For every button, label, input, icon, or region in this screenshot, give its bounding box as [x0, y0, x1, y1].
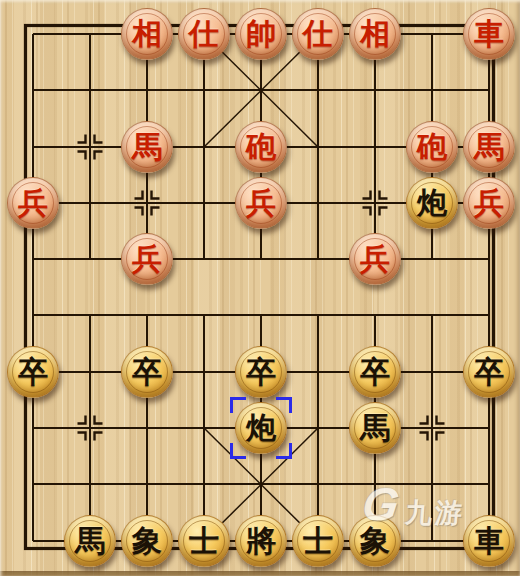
piece-black-cannon[interactable]: 炮: [235, 402, 287, 454]
piece-red-soldier[interactable]: 兵: [463, 177, 515, 229]
piece-black-soldier[interactable]: 卒: [349, 346, 401, 398]
piece-black-elephant[interactable]: 象: [121, 515, 173, 567]
piece-character: 砲: [417, 132, 447, 162]
piece-character: 相: [360, 19, 390, 49]
piece-character: 士: [303, 526, 333, 556]
piece-character: 卒: [474, 357, 504, 387]
piece-red-soldier[interactable]: 兵: [7, 177, 59, 229]
piece-black-soldier[interactable]: 卒: [121, 346, 173, 398]
piece-character: 卒: [360, 357, 390, 387]
piece-character: 卒: [246, 357, 276, 387]
piece-character: 馬: [132, 132, 162, 162]
piece-character: 卒: [132, 357, 162, 387]
piece-character: 士: [189, 526, 219, 556]
piece-red-chariot[interactable]: 車: [463, 8, 515, 60]
piece-character: 兵: [360, 244, 390, 274]
piece-character: 炮: [417, 188, 447, 218]
piece-black-cannon[interactable]: 炮: [406, 177, 458, 229]
piece-character: 車: [474, 526, 504, 556]
piece-red-advisor[interactable]: 仕: [292, 8, 344, 60]
piece-character: 仕: [303, 19, 333, 49]
piece-character: 兵: [132, 244, 162, 274]
piece-character: 將: [246, 526, 276, 556]
piece-black-elephant[interactable]: 象: [349, 515, 401, 567]
piece-character: 馬: [474, 132, 504, 162]
piece-black-general[interactable]: 將: [235, 515, 287, 567]
piece-red-horse[interactable]: 馬: [121, 121, 173, 173]
piece-red-horse[interactable]: 馬: [463, 121, 515, 173]
piece-black-advisor[interactable]: 士: [178, 515, 230, 567]
piece-character: 兵: [474, 188, 504, 218]
piece-red-cannon[interactable]: 砲: [235, 121, 287, 173]
piece-red-soldier[interactable]: 兵: [349, 233, 401, 285]
piece-black-horse[interactable]: 馬: [64, 515, 116, 567]
piece-red-elephant[interactable]: 相: [121, 8, 173, 60]
piece-character: 帥: [246, 19, 276, 49]
piece-red-general[interactable]: 帥: [235, 8, 287, 60]
piece-character: 兵: [18, 188, 48, 218]
piece-character: 馬: [75, 526, 105, 556]
piece-character: 仕: [189, 19, 219, 49]
piece-character: 馬: [360, 413, 390, 443]
piece-character: 卒: [18, 357, 48, 387]
piece-black-soldier[interactable]: 卒: [463, 346, 515, 398]
piece-black-soldier[interactable]: 卒: [7, 346, 59, 398]
piece-character: 兵: [246, 188, 276, 218]
piece-black-advisor[interactable]: 士: [292, 515, 344, 567]
piece-red-soldier[interactable]: 兵: [121, 233, 173, 285]
piece-character: 炮: [246, 413, 276, 443]
piece-red-elephant[interactable]: 相: [349, 8, 401, 60]
xiangqi-board: 相仕帥仕相車馬砲砲馬兵兵炮兵兵兵卒卒卒卒卒炮馬馬象士將士象車 G 九游: [0, 0, 520, 576]
piece-black-horse[interactable]: 馬: [349, 402, 401, 454]
piece-character: 象: [132, 526, 162, 556]
piece-black-chariot[interactable]: 車: [463, 515, 515, 567]
pieces-layer: 相仕帥仕相車馬砲砲馬兵兵炮兵兵兵卒卒卒卒卒炮馬馬象士將士象車: [0, 0, 520, 576]
piece-character: 象: [360, 526, 390, 556]
piece-character: 車: [474, 19, 504, 49]
piece-red-cannon[interactable]: 砲: [406, 121, 458, 173]
piece-character: 相: [132, 19, 162, 49]
piece-black-soldier[interactable]: 卒: [235, 346, 287, 398]
piece-character: 砲: [246, 132, 276, 162]
piece-red-soldier[interactable]: 兵: [235, 177, 287, 229]
piece-red-advisor[interactable]: 仕: [178, 8, 230, 60]
